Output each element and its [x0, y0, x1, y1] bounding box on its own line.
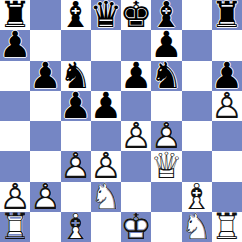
square-g1[interactable]: ♞♘: [182, 212, 212, 242]
square-g4[interactable]: [182, 121, 212, 151]
piece-white-pawn[interactable]: ♟♙: [212, 91, 242, 121]
square-b5[interactable]: [30, 91, 60, 121]
piece-white-king[interactable]: ♚♔: [121, 212, 151, 242]
square-f1[interactable]: [151, 212, 181, 242]
white-piece-outline: ♔: [121, 212, 151, 242]
white-piece-outline: ♙: [61, 151, 91, 181]
white-piece-outline: ♙: [121, 121, 151, 151]
square-f3[interactable]: ♛♕: [151, 151, 181, 181]
piece-white-knight[interactable]: ♞♘: [182, 212, 212, 242]
chess-board: ♜♝♛♚♝♜♟♟♟♞♟♞♟♟♟♟♙♟♙♟♙♟♙♟♙♛♕♟♙♟♙♞♘♝♗♜♖♝♗♚…: [0, 0, 242, 242]
square-g7[interactable]: [182, 30, 212, 60]
piece-black-rook[interactable]: ♜: [212, 0, 242, 30]
square-g8[interactable]: [182, 0, 212, 30]
square-b6[interactable]: ♟: [30, 61, 60, 91]
piece-white-knight[interactable]: ♞♘: [91, 182, 121, 212]
square-c8[interactable]: ♝: [61, 0, 91, 30]
square-g5[interactable]: [182, 91, 212, 121]
piece-black-bishop[interactable]: ♝: [61, 0, 91, 30]
square-f6[interactable]: ♞: [151, 61, 181, 91]
piece-white-pawn[interactable]: ♟♙: [30, 182, 60, 212]
piece-black-pawn[interactable]: ♟: [121, 61, 151, 91]
piece-black-pawn[interactable]: ♟: [91, 91, 121, 121]
square-h5[interactable]: ♟♙: [212, 91, 242, 121]
piece-black-king[interactable]: ♚: [121, 0, 151, 30]
piece-white-bishop[interactable]: ♝♗: [61, 212, 91, 242]
square-a5[interactable]: [0, 91, 30, 121]
square-c1[interactable]: ♝♗: [61, 212, 91, 242]
square-c3[interactable]: ♟♙: [61, 151, 91, 181]
square-a7[interactable]: ♟: [0, 30, 30, 60]
square-e6[interactable]: ♟: [121, 61, 151, 91]
piece-white-pawn[interactable]: ♟♙: [61, 151, 91, 181]
square-h4[interactable]: [212, 121, 242, 151]
square-d2[interactable]: ♞♘: [91, 182, 121, 212]
square-e4[interactable]: ♟♙: [121, 121, 151, 151]
piece-white-pawn[interactable]: ♟♙: [121, 121, 151, 151]
square-b4[interactable]: [30, 121, 60, 151]
piece-black-pawn[interactable]: ♟: [30, 61, 60, 91]
white-piece-outline: ♙: [30, 182, 60, 212]
square-h3[interactable]: [212, 151, 242, 181]
square-h1[interactable]: ♜♖: [212, 212, 242, 242]
white-piece-outline: ♕: [151, 151, 181, 181]
square-d7[interactable]: [91, 30, 121, 60]
piece-black-pawn[interactable]: ♟: [61, 91, 91, 121]
square-d8[interactable]: ♛: [91, 0, 121, 30]
square-b1[interactable]: [30, 212, 60, 242]
square-d5[interactable]: ♟: [91, 91, 121, 121]
piece-black-queen[interactable]: ♛: [91, 0, 121, 30]
square-a4[interactable]: [0, 121, 30, 151]
square-f2[interactable]: [151, 182, 181, 212]
white-piece-outline: ♖: [212, 212, 242, 242]
square-c5[interactable]: ♟: [61, 91, 91, 121]
piece-white-queen[interactable]: ♛♕: [151, 151, 181, 181]
white-piece-outline: ♘: [91, 182, 121, 212]
square-a1[interactable]: ♜♖: [0, 212, 30, 242]
white-piece-outline: ♙: [212, 91, 242, 121]
white-piece-outline: ♗: [61, 212, 91, 242]
white-piece-outline: ♖: [0, 212, 30, 242]
square-e8[interactable]: ♚: [121, 0, 151, 30]
piece-white-rook[interactable]: ♜♖: [0, 212, 30, 242]
white-piece-outline: ♘: [182, 212, 212, 242]
square-h8[interactable]: ♜: [212, 0, 242, 30]
piece-black-knight[interactable]: ♞: [151, 61, 181, 91]
piece-white-rook[interactable]: ♜♖: [212, 212, 242, 242]
square-a6[interactable]: [0, 61, 30, 91]
square-e1[interactable]: ♚♔: [121, 212, 151, 242]
square-b2[interactable]: ♟♙: [30, 182, 60, 212]
square-e3[interactable]: [121, 151, 151, 181]
square-b8[interactable]: [30, 0, 60, 30]
piece-black-pawn[interactable]: ♟: [0, 30, 30, 60]
square-d1[interactable]: [91, 212, 121, 242]
square-g6[interactable]: [182, 61, 212, 91]
